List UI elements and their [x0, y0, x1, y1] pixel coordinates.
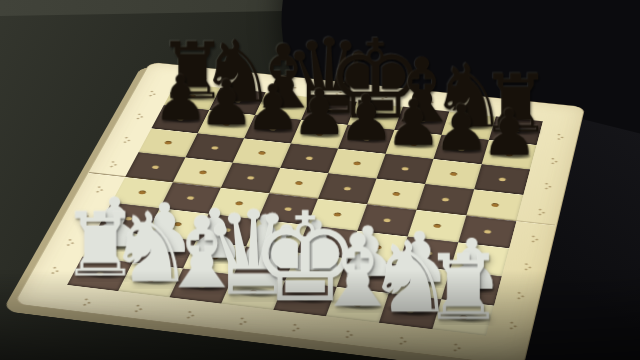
braille-mark — [551, 158, 554, 160]
braille-mark — [111, 161, 115, 163]
braille-mark — [545, 183, 548, 185]
foreground-shadow — [0, 270, 640, 360]
braille-mark — [532, 235, 535, 237]
braille-mark — [557, 134, 560, 136]
braille-mark — [525, 263, 529, 265]
braille-mark — [125, 137, 129, 139]
braille-mark — [53, 267, 57, 269]
braille-mark — [138, 113, 141, 115]
braille-mark — [538, 209, 541, 211]
scene: ♜♞♝♛♚♝♞♜♟♟♟♟♟♟♟♟♟♟♟♟♟♟♟♟♜♞♝♛♚♝♞♜ — [0, 0, 640, 360]
